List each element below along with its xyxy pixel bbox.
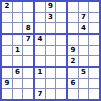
sudoku-cell-empty[interactable] xyxy=(68,13,78,23)
sudoku-cell-empty[interactable] xyxy=(68,23,78,33)
sudoku-cell-empty[interactable] xyxy=(46,89,56,99)
sudoku-cell-empty[interactable] xyxy=(13,35,23,45)
sudoku-board: 28937471492691756 xyxy=(0,0,101,101)
sudoku-cell-given: 7 xyxy=(35,89,45,99)
sudoku-box: 56 xyxy=(68,68,99,99)
sudoku-cell-empty[interactable] xyxy=(23,89,33,99)
sudoku-cell-empty[interactable] xyxy=(56,46,66,56)
sudoku-cell-empty[interactable] xyxy=(35,79,45,89)
sudoku-cell-empty[interactable] xyxy=(2,13,12,23)
sudoku-cell-empty[interactable] xyxy=(13,89,23,99)
sudoku-cell-empty[interactable] xyxy=(35,13,45,23)
sudoku-box: 74 xyxy=(68,2,99,33)
sudoku-cell-empty[interactable] xyxy=(89,46,99,56)
sudoku-cell-given: 6 xyxy=(13,68,23,78)
sudoku-cell-empty[interactable] xyxy=(79,56,89,66)
sudoku-cell-empty[interactable] xyxy=(35,56,45,66)
sudoku-box: 92 xyxy=(68,35,99,66)
sudoku-cell-empty[interactable] xyxy=(79,35,89,45)
sudoku-cell-empty[interactable] xyxy=(46,46,56,56)
sudoku-box: 17 xyxy=(35,68,66,99)
sudoku-cell-empty[interactable] xyxy=(89,79,99,89)
sudoku-cell-empty[interactable] xyxy=(56,35,66,45)
sudoku-cell-empty[interactable] xyxy=(89,35,99,45)
sudoku-cell-given: 9 xyxy=(2,79,12,89)
sudoku-cell-empty[interactable] xyxy=(68,68,78,78)
sudoku-cell-given: 2 xyxy=(68,56,78,66)
sudoku-cell-empty[interactable] xyxy=(23,2,33,12)
sudoku-cell-empty[interactable] xyxy=(35,23,45,33)
sudoku-cell-empty[interactable] xyxy=(23,56,33,66)
sudoku-cell-empty[interactable] xyxy=(13,13,23,23)
sudoku-cell-empty[interactable] xyxy=(13,56,23,66)
sudoku-cell-empty[interactable] xyxy=(89,56,99,66)
sudoku-box: 71 xyxy=(2,35,33,66)
sudoku-cell-empty[interactable] xyxy=(2,68,12,78)
sudoku-cell-empty[interactable] xyxy=(13,79,23,89)
sudoku-cell-empty[interactable] xyxy=(35,2,45,12)
sudoku-cell-empty[interactable] xyxy=(2,56,12,66)
sudoku-cell-given: 4 xyxy=(35,35,45,45)
sudoku-cell-empty[interactable] xyxy=(23,68,33,78)
sudoku-cell-empty[interactable] xyxy=(79,2,89,12)
sudoku-box: 93 xyxy=(35,2,66,33)
sudoku-cell-empty[interactable] xyxy=(68,35,78,45)
sudoku-cell-given: 8 xyxy=(23,23,33,33)
sudoku-cell-given: 5 xyxy=(79,68,89,78)
sudoku-box: 69 xyxy=(2,68,33,99)
sudoku-box: 4 xyxy=(35,35,66,66)
sudoku-cell-empty[interactable] xyxy=(46,23,56,33)
sudoku-cell-empty[interactable] xyxy=(79,79,89,89)
sudoku-cell-empty[interactable] xyxy=(89,89,99,99)
sudoku-cell-empty[interactable] xyxy=(89,23,99,33)
sudoku-cell-empty[interactable] xyxy=(2,46,12,56)
sudoku-cell-empty[interactable] xyxy=(46,68,56,78)
sudoku-cell-empty[interactable] xyxy=(56,79,66,89)
sudoku-cell-empty[interactable] xyxy=(46,79,56,89)
sudoku-cell-empty[interactable] xyxy=(13,23,23,33)
sudoku-cell-empty[interactable] xyxy=(35,46,45,56)
sudoku-cell-empty[interactable] xyxy=(23,46,33,56)
sudoku-cell-given: 9 xyxy=(68,46,78,56)
sudoku-cell-empty[interactable] xyxy=(79,89,89,99)
sudoku-cell-empty[interactable] xyxy=(23,13,33,23)
sudoku-cell-given: 2 xyxy=(2,2,12,12)
sudoku-box: 28 xyxy=(2,2,33,33)
sudoku-cell-empty[interactable] xyxy=(56,23,66,33)
sudoku-cell-empty[interactable] xyxy=(68,89,78,99)
sudoku-cell-empty[interactable] xyxy=(46,35,56,45)
sudoku-cell-empty[interactable] xyxy=(56,2,66,12)
sudoku-cell-empty[interactable] xyxy=(23,79,33,89)
sudoku-cell-given: 7 xyxy=(23,35,33,45)
sudoku-cell-empty[interactable] xyxy=(2,89,12,99)
sudoku-cell-empty[interactable] xyxy=(79,46,89,56)
sudoku-cell-empty[interactable] xyxy=(56,68,66,78)
sudoku-cell-given: 3 xyxy=(46,13,56,23)
sudoku-cell-empty[interactable] xyxy=(89,68,99,78)
sudoku-cell-empty[interactable] xyxy=(68,2,78,12)
sudoku-cell-given: 9 xyxy=(46,2,56,12)
sudoku-cell-empty[interactable] xyxy=(2,23,12,33)
sudoku-cell-empty[interactable] xyxy=(2,35,12,45)
sudoku-cell-empty[interactable] xyxy=(89,2,99,12)
sudoku-cell-given: 6 xyxy=(68,79,78,89)
sudoku-cell-given: 7 xyxy=(79,13,89,23)
sudoku-cell-empty[interactable] xyxy=(56,56,66,66)
sudoku-cell-empty[interactable] xyxy=(89,13,99,23)
sudoku-cell-empty[interactable] xyxy=(56,13,66,23)
sudoku-cell-given: 1 xyxy=(35,68,45,78)
sudoku-cell-given: 1 xyxy=(13,46,23,56)
sudoku-cell-empty[interactable] xyxy=(13,2,23,12)
sudoku-cell-empty[interactable] xyxy=(46,56,56,66)
sudoku-cell-empty[interactable] xyxy=(56,89,66,99)
sudoku-cell-given: 4 xyxy=(79,23,89,33)
